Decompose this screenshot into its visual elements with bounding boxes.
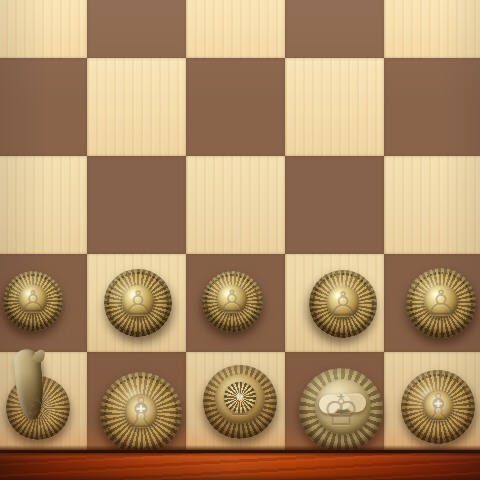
king-crown-knobs [319,393,367,415]
piece-white-pawn-e2[interactable]: ♙ [309,270,377,338]
piece-white-queen-d1[interactable]: ♕ [203,365,277,439]
mahogany-rail [0,450,480,480]
piece-white-king-e1[interactable]: ♔ [299,368,383,452]
piece-white-knight-b1[interactable]: ♘ [6,376,70,440]
specular-highlight [136,405,146,415]
pawn-dome [327,286,360,319]
pawn-dome [122,285,155,318]
piece-white-pawn-f2[interactable]: ♙ [406,268,476,338]
pawn-dome [217,285,246,314]
piece-white-bishop-f1[interactable]: ♗ [401,370,475,444]
pieces-layer: ♘♗♕♔♗♙♙♙♙♙ [0,0,480,480]
piece-white-bishop-c1[interactable]: ♗ [100,372,182,454]
piece-white-pawn-b2[interactable]: ♙ [3,271,63,331]
chessboard-photo: ♘♗♕♔♗♙♙♙♙♙ [0,0,480,480]
pawn-dome [424,285,458,319]
piece-white-pawn-d2[interactable]: ♙ [202,271,263,332]
piece-white-pawn-c2[interactable]: ♙ [104,269,172,337]
